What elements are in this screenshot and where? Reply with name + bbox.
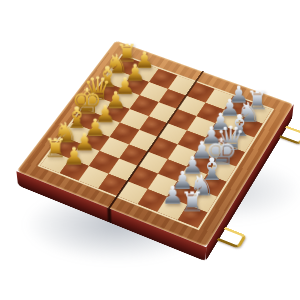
piece-white-pawn[interactable]: ♟: [63, 145, 85, 169]
piece-black-rook[interactable]: ♜: [180, 189, 204, 216]
product-photo: ♜♞♝♛♚♝♞♜♟♟♟♟♟♟♟♟♟♟♟♟♟♟♟♟♜♞♝♛♚♝♞♜: [0, 0, 300, 300]
